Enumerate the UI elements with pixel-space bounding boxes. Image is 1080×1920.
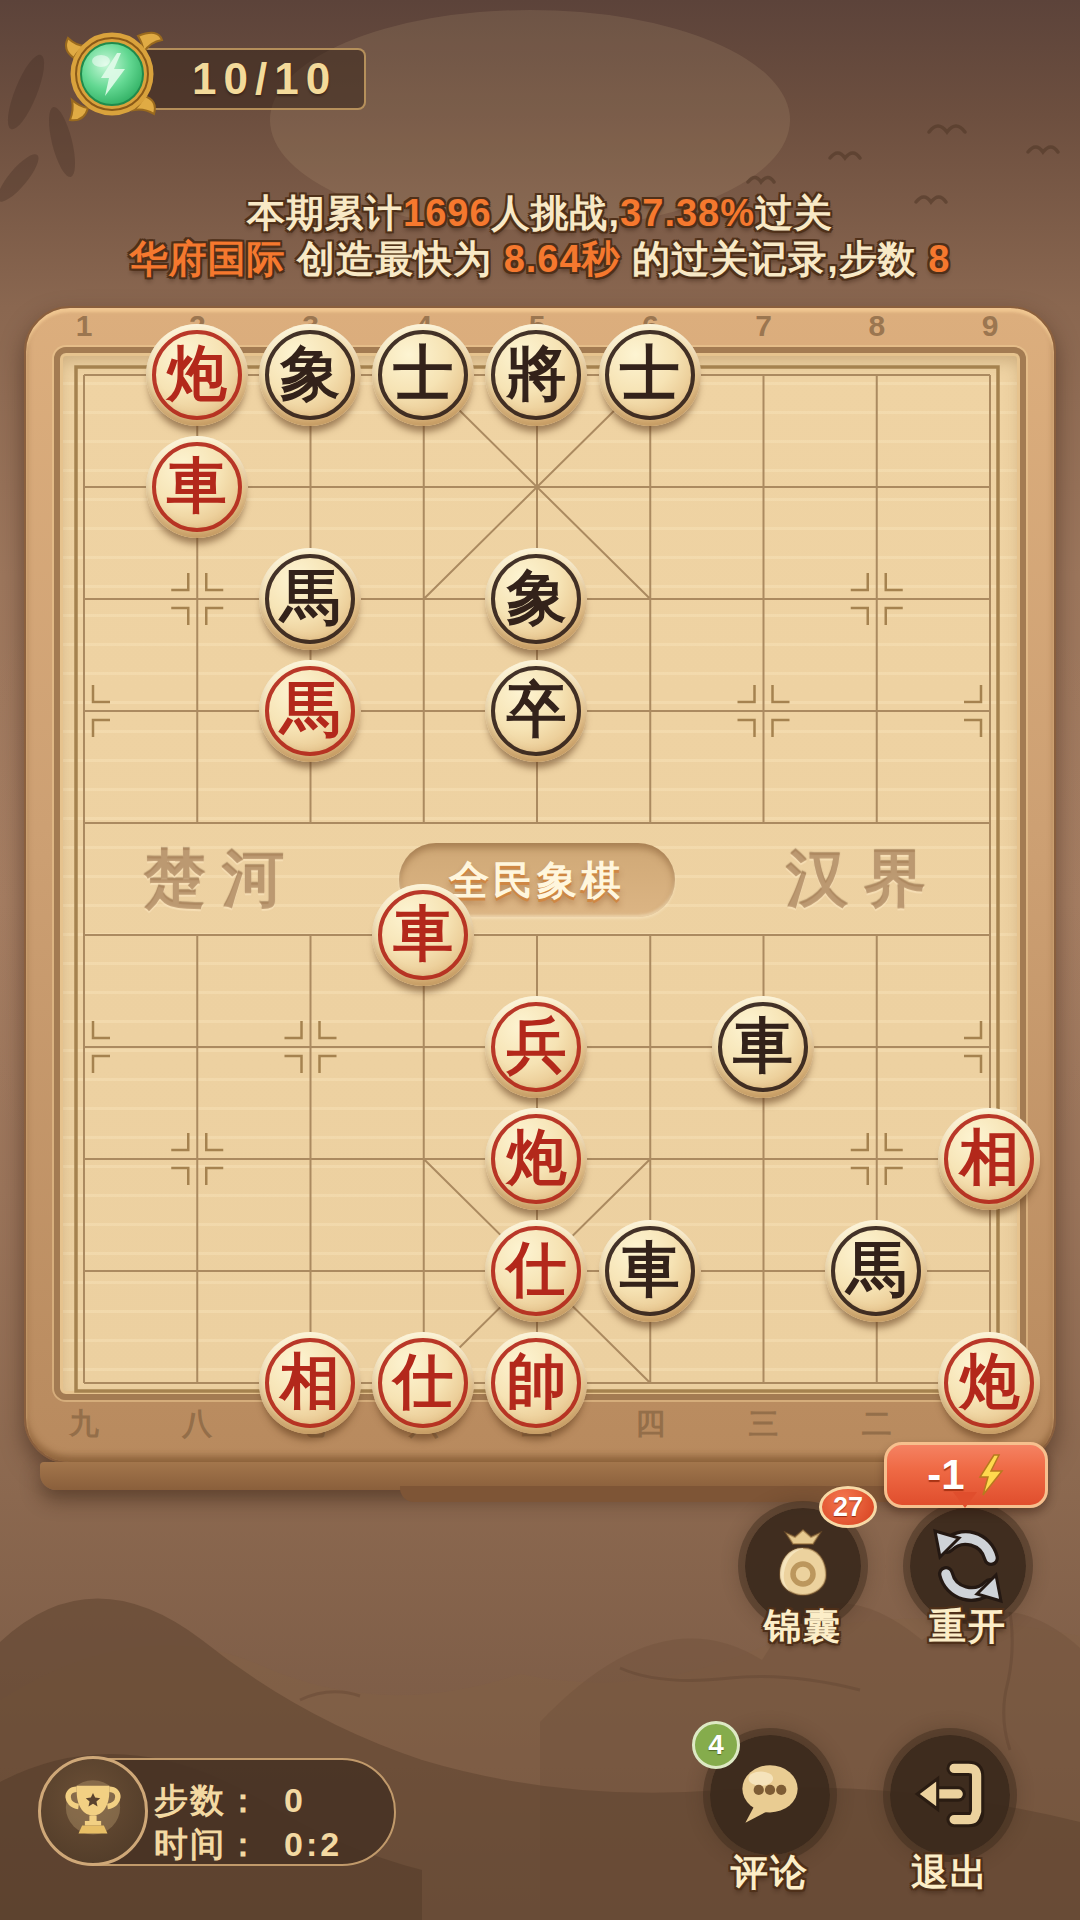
steps-label: 步数：	[154, 1781, 262, 1819]
comment-button-label: 评论	[710, 1848, 830, 1898]
piece-red-炮[interactable]: 炮	[146, 324, 248, 426]
piece-black-士[interactable]: 士	[372, 324, 474, 426]
banner-text: 的过关记录,步数	[621, 238, 929, 280]
piece-red-車[interactable]: 車	[146, 436, 248, 538]
banner-text: 创造最快为	[286, 238, 504, 280]
comment-count-badge: 4	[692, 1721, 740, 1769]
time-label: 时间：	[154, 1825, 262, 1863]
banner-line-1: 本期累计1696人挑战,37.38%过关	[0, 188, 1080, 239]
banner-text: 37.38%	[620, 192, 755, 234]
time-row: 时间：0:2	[154, 1822, 342, 1868]
energy-indicator[interactable]: 10/10	[60, 22, 370, 126]
tips-count-badge: 27	[819, 1486, 877, 1528]
piece-red-車[interactable]: 車	[372, 884, 474, 986]
chat-bubble-icon	[727, 1752, 813, 1838]
banner-text: 华府国际	[130, 238, 286, 280]
restart-refresh-icon	[925, 1523, 1011, 1609]
lightning-icon	[975, 1454, 1005, 1496]
steps-value: 0	[284, 1781, 306, 1819]
piece-red-相[interactable]: 相	[938, 1108, 1040, 1210]
banner-line-2: 华府国际 创造最快为 8.64秒 的过关记录,步数 8	[0, 234, 1080, 285]
banner-text: 8.64秒	[504, 238, 621, 280]
piece-black-車[interactable]: 車	[599, 1220, 701, 1322]
tips-button-label: 锦囊	[745, 1602, 861, 1652]
piece-black-卒[interactable]: 卒	[485, 660, 587, 762]
banner-text: 1696	[403, 192, 492, 234]
banner-text: 本期累计	[247, 192, 403, 234]
piece-black-馬[interactable]: 馬	[259, 548, 361, 650]
comment-count: 4	[708, 1729, 724, 1761]
piece-black-士[interactable]: 士	[599, 324, 701, 426]
piece-black-將[interactable]: 將	[485, 324, 587, 426]
xiangqi-board[interactable]: 炮象士將士車馬象馬卒車兵車炮相仕車馬相仕帥炮	[27, 319, 1046, 1439]
piece-black-象[interactable]: 象	[259, 324, 361, 426]
piece-red-仕[interactable]: 仕	[485, 1220, 587, 1322]
piece-black-車[interactable]: 車	[712, 996, 814, 1098]
trophy-emblem	[38, 1756, 148, 1866]
energy-count: 10/10	[192, 54, 337, 104]
energy-pill: 10/10	[138, 48, 366, 110]
tips-count: 27	[833, 1492, 863, 1523]
comment-button[interactable]: 4	[710, 1735, 830, 1855]
banner-text: 过关	[755, 192, 833, 234]
game-screen: 10/10 本期累计1696人挑战,37.38%过关 华府国际 创造最快为 8.…	[0, 0, 1080, 1920]
piece-red-仕[interactable]: 仕	[372, 1332, 474, 1434]
piece-red-相[interactable]: 相	[259, 1332, 361, 1434]
piece-red-帥[interactable]: 帥	[485, 1332, 587, 1434]
time-value: 0:2	[284, 1825, 342, 1863]
restart-button-label: 重开	[910, 1602, 1026, 1652]
trophy-icon	[55, 1773, 131, 1849]
restart-cost-badge: -1	[884, 1442, 1048, 1508]
exit-button[interactable]	[890, 1735, 1010, 1855]
steps-row: 步数：0	[154, 1778, 306, 1824]
banner-text: 人挑战,	[492, 192, 621, 234]
piece-black-馬[interactable]: 馬	[825, 1220, 927, 1322]
exit-icon	[907, 1752, 993, 1838]
energy-gem-icon	[60, 22, 164, 126]
banner-text: 8	[928, 238, 950, 280]
restart-cost: -1	[927, 1451, 964, 1499]
exit-button-label: 退出	[890, 1848, 1010, 1898]
piece-red-炮[interactable]: 炮	[485, 1108, 587, 1210]
piece-red-馬[interactable]: 馬	[259, 660, 361, 762]
piece-black-象[interactable]: 象	[485, 548, 587, 650]
piece-red-炮[interactable]: 炮	[938, 1332, 1040, 1434]
money-bag-icon	[761, 1524, 845, 1608]
piece-red-兵[interactable]: 兵	[485, 996, 587, 1098]
